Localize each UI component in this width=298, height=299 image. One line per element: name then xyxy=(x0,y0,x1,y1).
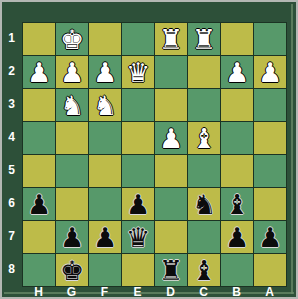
square-h4[interactable] xyxy=(23,122,55,154)
square-e1[interactable] xyxy=(122,23,154,55)
black-rook-d8[interactable]: ♜ xyxy=(159,257,183,284)
square-g1[interactable]: ♚ xyxy=(56,23,88,55)
frame-bevel-right xyxy=(291,4,293,294)
square-h1[interactable] xyxy=(23,23,55,55)
rank-label-7: 7 xyxy=(2,220,21,253)
white-pawn-g2[interactable]: ♟ xyxy=(60,59,84,86)
square-d7[interactable] xyxy=(155,221,187,253)
black-pawn-h6[interactable]: ♟ xyxy=(27,191,51,218)
square-b8[interactable] xyxy=(221,254,253,286)
rank-label-3: 3 xyxy=(2,88,21,121)
square-d2[interactable] xyxy=(155,56,187,88)
square-a7[interactable]: ♟ xyxy=(254,221,286,253)
square-b1[interactable] xyxy=(221,23,253,55)
file-label-e: E xyxy=(121,286,154,299)
square-e3[interactable] xyxy=(122,89,154,121)
square-b5[interactable] xyxy=(221,155,253,187)
square-f7[interactable]: ♟ xyxy=(89,221,121,253)
square-b2[interactable]: ♟ xyxy=(221,56,253,88)
black-queen-e7[interactable]: ♛ xyxy=(126,224,150,251)
square-b7[interactable]: ♟ xyxy=(221,221,253,253)
white-pawn-b2[interactable]: ♟ xyxy=(225,59,249,86)
square-c3[interactable] xyxy=(188,89,220,121)
black-knight-c6[interactable]: ♞ xyxy=(192,191,216,218)
square-c1[interactable]: ♜ xyxy=(188,23,220,55)
square-h2[interactable]: ♟ xyxy=(23,56,55,88)
square-e4[interactable] xyxy=(122,122,154,154)
square-h5[interactable] xyxy=(23,155,55,187)
square-g5[interactable] xyxy=(56,155,88,187)
square-d4[interactable]: ♟ xyxy=(155,122,187,154)
black-bishop-b6[interactable]: ♝ xyxy=(225,191,249,218)
square-g2[interactable]: ♟ xyxy=(56,56,88,88)
square-f6[interactable] xyxy=(89,188,121,220)
square-g3[interactable]: ♞ xyxy=(56,89,88,121)
square-d3[interactable] xyxy=(155,89,187,121)
white-pawn-h2[interactable]: ♟ xyxy=(27,59,51,86)
square-f4[interactable] xyxy=(89,122,121,154)
square-a8[interactable] xyxy=(254,254,286,286)
white-knight-f3[interactable]: ♞ xyxy=(93,92,117,119)
square-b4[interactable] xyxy=(221,122,253,154)
file-label-b: B xyxy=(220,286,253,299)
white-pawn-a2[interactable]: ♟ xyxy=(258,59,282,86)
square-h7[interactable] xyxy=(23,221,55,253)
square-d6[interactable] xyxy=(155,188,187,220)
square-c7[interactable] xyxy=(188,221,220,253)
chess-board: ♚♜♜♟♟♟♛♟♟♞♞♟♝♟♟♞♝♟♟♛♟♟♚♜♝ xyxy=(22,22,287,287)
black-pawn-g7[interactable]: ♟ xyxy=(60,224,84,251)
rank-label-6: 6 xyxy=(2,187,21,220)
square-a2[interactable]: ♟ xyxy=(254,56,286,88)
square-f1[interactable] xyxy=(89,23,121,55)
white-queen-e2[interactable]: ♛ xyxy=(126,59,150,86)
square-g8[interactable]: ♚ xyxy=(56,254,88,286)
square-f5[interactable] xyxy=(89,155,121,187)
square-e8[interactable] xyxy=(122,254,154,286)
square-e2[interactable]: ♛ xyxy=(122,56,154,88)
square-d5[interactable] xyxy=(155,155,187,187)
file-label-f: F xyxy=(88,286,121,299)
square-f8[interactable] xyxy=(89,254,121,286)
black-pawn-e6[interactable]: ♟ xyxy=(126,191,150,218)
rank-label-4: 4 xyxy=(2,121,21,154)
white-rook-c1[interactable]: ♜ xyxy=(192,26,216,53)
file-label-c: C xyxy=(187,286,220,299)
square-h3[interactable] xyxy=(23,89,55,121)
square-e6[interactable]: ♟ xyxy=(122,188,154,220)
square-a5[interactable] xyxy=(254,155,286,187)
square-b6[interactable]: ♝ xyxy=(221,188,253,220)
rank-label-8: 8 xyxy=(2,253,21,286)
rank-label-1: 1 xyxy=(2,22,21,55)
rank-label-5: 5 xyxy=(2,154,21,187)
square-g7[interactable]: ♟ xyxy=(56,221,88,253)
square-c2[interactable] xyxy=(188,56,220,88)
square-f2[interactable]: ♟ xyxy=(89,56,121,88)
file-label-a: A xyxy=(253,286,286,299)
square-c4[interactable]: ♝ xyxy=(188,122,220,154)
rank-label-2: 2 xyxy=(2,55,21,88)
square-e5[interactable] xyxy=(122,155,154,187)
black-pawn-a7[interactable]: ♟ xyxy=(258,224,282,251)
square-a3[interactable] xyxy=(254,89,286,121)
square-c6[interactable]: ♞ xyxy=(188,188,220,220)
white-knight-g3[interactable]: ♞ xyxy=(60,92,84,119)
file-label-h: H xyxy=(22,286,55,299)
square-c5[interactable] xyxy=(188,155,220,187)
file-label-d: D xyxy=(154,286,187,299)
white-pawn-f2[interactable]: ♟ xyxy=(93,59,117,86)
square-f3[interactable]: ♞ xyxy=(89,89,121,121)
black-pawn-b7[interactable]: ♟ xyxy=(225,224,249,251)
square-g6[interactable] xyxy=(56,188,88,220)
square-a1[interactable] xyxy=(254,23,286,55)
black-pawn-f7[interactable]: ♟ xyxy=(93,224,117,251)
square-h8[interactable] xyxy=(23,254,55,286)
square-a6[interactable] xyxy=(254,188,286,220)
white-rook-d1[interactable]: ♜ xyxy=(159,26,183,53)
square-a4[interactable] xyxy=(254,122,286,154)
square-e7[interactable]: ♛ xyxy=(122,221,154,253)
square-c8[interactable]: ♝ xyxy=(188,254,220,286)
square-g4[interactable] xyxy=(56,122,88,154)
square-h6[interactable]: ♟ xyxy=(23,188,55,220)
square-d8[interactable]: ♜ xyxy=(155,254,187,286)
file-label-g: G xyxy=(55,286,88,299)
white-pawn-d4[interactable]: ♟ xyxy=(159,125,183,152)
white-king-g1[interactable]: ♚ xyxy=(60,26,84,53)
square-b3[interactable] xyxy=(221,89,253,121)
square-d1[interactable]: ♜ xyxy=(155,23,187,55)
black-king-g8[interactable]: ♚ xyxy=(60,257,84,284)
black-bishop-c8[interactable]: ♝ xyxy=(192,257,216,284)
white-bishop-c4[interactable]: ♝ xyxy=(192,125,216,152)
chess-board-frame: 12345678 ♚♜♜♟♟♟♛♟♟♞♞♟♝♟♟♞♝♟♟♛♟♟♚♜♝ HGFED… xyxy=(0,0,298,299)
